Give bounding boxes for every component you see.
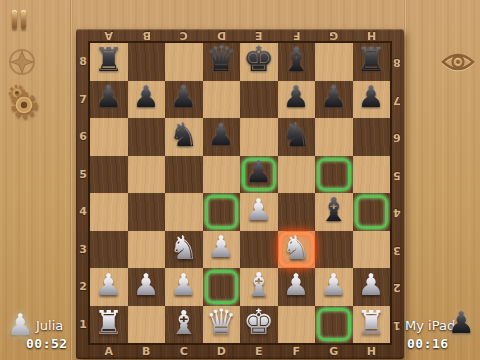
square-c5[interactable] (165, 156, 203, 194)
piece-black-pawn[interactable]: ♟ (283, 82, 310, 112)
black-player-pawn-icon: ♟ (448, 308, 475, 338)
black-player-clock: 00:16 (407, 336, 449, 351)
legal-move-highlight (355, 195, 389, 229)
piece-white-pawn[interactable]: ♟ (245, 195, 272, 225)
piece-white-knight[interactable]: ♞ (169, 231, 199, 264)
gears-icon (6, 84, 38, 118)
square-d2[interactable] (203, 268, 241, 306)
wood-seam (404, 0, 407, 360)
pause-icon (12, 10, 17, 29)
coord-rank-1: 1 (390, 306, 404, 344)
square-h8[interactable]: ♜ (353, 43, 391, 81)
square-h7[interactable]: ♟ (353, 81, 391, 119)
square-c6[interactable]: ♞ (165, 118, 203, 156)
piece-black-pawn[interactable]: ♟ (320, 82, 347, 112)
square-h2[interactable]: ♟ (353, 268, 391, 306)
piece-white-pawn[interactable]: ♟ (208, 232, 235, 262)
coord-file-g: G (315, 344, 353, 359)
square-b7[interactable]: ♟ (128, 81, 166, 119)
piece-black-pawn[interactable]: ♟ (170, 82, 197, 112)
square-a4[interactable] (90, 193, 128, 231)
coord-file-g: G (315, 29, 353, 43)
square-e4[interactable]: ♟ (240, 193, 278, 231)
coords-left: 87654321 (76, 43, 90, 343)
coord-file-h: H (353, 344, 391, 359)
square-a5[interactable] (90, 156, 128, 194)
square-f4[interactable] (278, 193, 316, 231)
show-move-button[interactable] (440, 51, 476, 76)
square-b3[interactable] (128, 231, 166, 269)
square-c8[interactable] (165, 43, 203, 81)
piece-white-pawn[interactable]: ♟ (133, 270, 160, 300)
square-a7[interactable]: ♟ (90, 81, 128, 119)
coord-file-c: C (165, 344, 203, 359)
piece-black-pawn[interactable]: ♟ (95, 82, 122, 112)
coord-file-d: D (203, 344, 241, 359)
square-b2[interactable]: ♟ (128, 268, 166, 306)
square-a2[interactable]: ♟ (90, 268, 128, 306)
coord-file-b: B (128, 344, 166, 359)
square-h1[interactable]: ♜ (353, 306, 391, 344)
coord-rank-6: 6 (390, 118, 404, 156)
square-f3[interactable]: ♞ (278, 231, 316, 269)
square-e7[interactable] (240, 81, 278, 119)
square-a8[interactable]: ♜ (90, 43, 128, 81)
piece-black-knight[interactable]: ♞ (169, 118, 199, 151)
piece-white-rook[interactable]: ♜ (94, 306, 124, 339)
piece-white-knight[interactable]: ♞ (281, 231, 311, 264)
square-d3[interactable]: ♟ (203, 231, 241, 269)
square-g2[interactable]: ♟ (315, 268, 353, 306)
compass-icon (8, 48, 36, 76)
piece-white-bishop[interactable]: ♝ (169, 306, 199, 339)
coord-rank-5: 5 (76, 156, 90, 194)
square-c2[interactable]: ♟ (165, 268, 203, 306)
square-e3[interactable] (240, 231, 278, 269)
square-h4[interactable] (353, 193, 391, 231)
square-d1[interactable]: ♛ (203, 306, 241, 344)
square-f6[interactable]: ♞ (278, 118, 316, 156)
square-d7[interactable] (203, 81, 241, 119)
square-e5[interactable]: ♟ (240, 156, 278, 194)
legal-move-highlight (317, 158, 351, 192)
piece-white-pawn[interactable]: ♟ (170, 270, 197, 300)
piece-black-bishop[interactable]: ♝ (281, 43, 311, 76)
coord-rank-4: 4 (76, 193, 90, 231)
square-h3[interactable] (353, 231, 391, 269)
coord-file-f: F (278, 344, 316, 359)
coord-rank-3: 3 (76, 231, 90, 269)
square-e1[interactable]: ♚ (240, 306, 278, 344)
square-g6[interactable] (315, 118, 353, 156)
coord-rank-7: 7 (390, 81, 404, 119)
square-e2[interactable]: ♝ (240, 268, 278, 306)
compass-button[interactable] (8, 48, 36, 79)
square-g8[interactable] (315, 43, 353, 81)
legal-move-highlight (317, 308, 351, 342)
piece-white-rook[interactable]: ♜ (356, 306, 386, 339)
square-f7[interactable]: ♟ (278, 81, 316, 119)
pause-button[interactable] (12, 10, 26, 29)
square-h5[interactable] (353, 156, 391, 194)
coord-file-e: E (240, 344, 278, 359)
square-g3[interactable] (315, 231, 353, 269)
piece-black-rook[interactable]: ♜ (94, 43, 124, 76)
square-g1[interactable] (315, 306, 353, 344)
piece-white-queen[interactable]: ♛ (206, 305, 237, 340)
piece-black-pawn[interactable]: ♟ (358, 82, 385, 112)
settings-button[interactable] (6, 84, 38, 121)
coord-rank-2: 2 (390, 268, 404, 306)
square-b1[interactable] (128, 306, 166, 344)
piece-white-pawn[interactable]: ♟ (95, 270, 122, 300)
coord-rank-1: 1 (76, 306, 90, 344)
square-c7[interactable]: ♟ (165, 81, 203, 119)
view-3d-button[interactable]: 3D (11, 133, 40, 155)
coord-rank-4: 4 (390, 193, 404, 231)
undo-button[interactable]: ↶ (442, 2, 467, 37)
square-c4[interactable] (165, 193, 203, 231)
coord-file-b: B (128, 29, 166, 43)
square-f2[interactable]: ♟ (278, 268, 316, 306)
square-b4[interactable] (128, 193, 166, 231)
square-e8[interactable]: ♚ (240, 43, 278, 81)
square-c1[interactable]: ♝ (165, 306, 203, 344)
square-b5[interactable] (128, 156, 166, 194)
square-d6[interactable]: ♟ (203, 118, 241, 156)
square-e6[interactable] (240, 118, 278, 156)
coords-bottom: ABCDEFGH (90, 344, 390, 359)
square-b6[interactable] (128, 118, 166, 156)
white-player-name: Julia (36, 318, 63, 333)
piece-white-king[interactable]: ♚ (243, 305, 274, 340)
square-a3[interactable] (90, 231, 128, 269)
square-b8[interactable] (128, 43, 166, 81)
coord-rank-8: 8 (390, 43, 404, 81)
piece-black-queen[interactable]: ♛ (206, 42, 237, 77)
square-h6[interactable] (353, 118, 391, 156)
square-c3[interactable]: ♞ (165, 231, 203, 269)
coord-rank-8: 8 (76, 43, 90, 81)
square-f5[interactable] (278, 156, 316, 194)
piece-black-king[interactable]: ♚ (243, 42, 274, 77)
coord-file-c: C (165, 29, 203, 43)
piece-black-pawn[interactable]: ♟ (133, 82, 160, 112)
legal-move-highlight (205, 270, 239, 304)
piece-white-bishop[interactable]: ♝ (244, 268, 274, 301)
coord-rank-3: 3 (390, 231, 404, 269)
eye-icon (440, 51, 476, 73)
coord-rank-5: 5 (390, 156, 404, 194)
piece-black-pawn[interactable]: ♟ (208, 120, 235, 150)
coord-rank-7: 7 (76, 81, 90, 119)
coords-top: ABCDEFGH (90, 29, 390, 43)
app-background: 3D ↶ ♟ Julia 00:52 My iPad ♟ 00:16 ABCDE… (0, 0, 480, 360)
square-f8[interactable]: ♝ (278, 43, 316, 81)
coord-rank-2: 2 (76, 268, 90, 306)
square-a6[interactable] (90, 118, 128, 156)
square-f1[interactable] (278, 306, 316, 344)
square-g5[interactable] (315, 156, 353, 194)
wood-seam (70, 0, 73, 360)
pause-icon (21, 10, 26, 29)
piece-black-knight[interactable]: ♞ (281, 118, 311, 151)
piece-white-pawn[interactable]: ♟ (320, 270, 347, 300)
board-grid: ♜♛♚♝♜♟♟♟♟♟♟♞♟♞♟♟♝♞♟♞♟♟♟♝♟♟♟♜♝♛♚♜ (90, 43, 390, 343)
piece-white-pawn[interactable]: ♟ (358, 270, 385, 300)
piece-black-bishop[interactable]: ♝ (319, 193, 349, 226)
coords-right: 87654321 (390, 43, 404, 343)
white-player-clock: 00:52 (26, 336, 68, 351)
square-a1[interactable]: ♜ (90, 306, 128, 344)
chess-board: ABCDEFGH ABCDEFGH 87654321 87654321 ♜♛♚♝… (76, 29, 404, 359)
legal-move-highlight (205, 195, 239, 229)
coord-rank-6: 6 (76, 118, 90, 156)
square-d5[interactable] (203, 156, 241, 194)
coord-file-a: A (90, 344, 128, 359)
square-d8[interactable]: ♛ (203, 43, 241, 81)
piece-black-pawn[interactable]: ♟ (245, 157, 272, 187)
square-g4[interactable]: ♝ (315, 193, 353, 231)
square-g7[interactable]: ♟ (315, 81, 353, 119)
piece-black-rook[interactable]: ♜ (356, 43, 386, 76)
square-d4[interactable] (203, 193, 241, 231)
piece-white-pawn[interactable]: ♟ (283, 270, 310, 300)
